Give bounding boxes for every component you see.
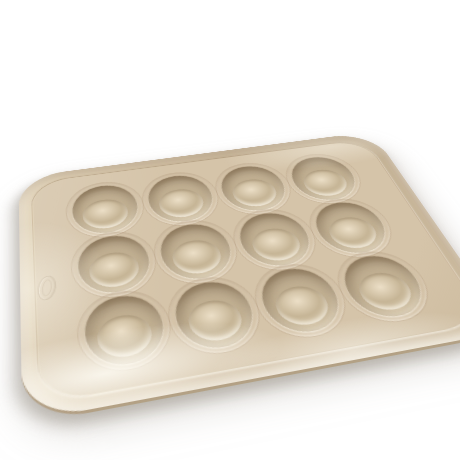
muffin-cup-r1c3 [215,163,293,214]
muffin-pan [18,131,460,422]
cup-floor [270,283,336,329]
muffin-cup-r1c1 [70,182,142,237]
cup-floor [228,177,281,209]
cup-floor [352,270,420,314]
scene [0,0,460,460]
muffin-cup-r1c2 [143,173,218,226]
muffin-cup-r3c2 [169,277,261,353]
muffin-cup-r2c1 [75,232,154,298]
muffin-cup-r2c3 [232,209,318,270]
cup-floor [81,197,131,232]
cup-floor [95,312,156,362]
cup-floor [169,237,226,277]
muffin-cup-r2c2 [155,220,238,283]
product-photo [0,0,460,460]
cup-floor [323,214,384,251]
muffin-cup-r3c1 [81,291,169,371]
cup-floor [184,297,247,345]
cup-floor [298,167,353,198]
muffin-cup-r3c3 [253,264,349,337]
cup-floor [87,249,142,290]
cup-floor [156,187,208,220]
cup-floor [247,225,306,263]
